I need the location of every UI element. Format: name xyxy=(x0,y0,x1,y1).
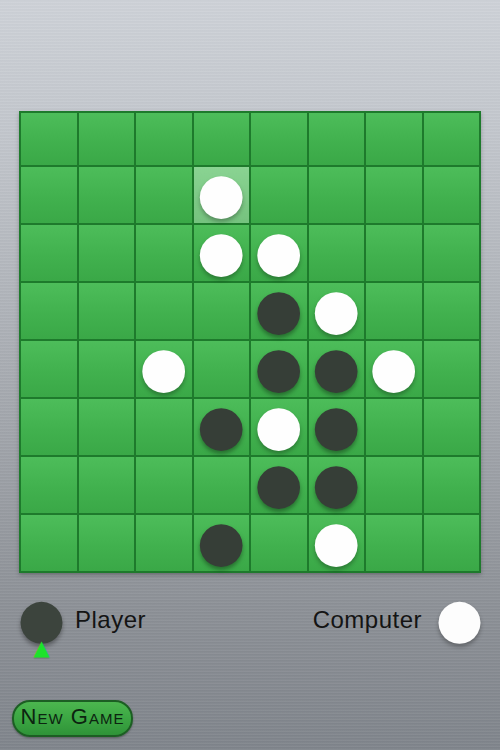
player-piece-icon: ● xyxy=(20,597,63,640)
board-cell[interactable] xyxy=(79,283,135,339)
board-cell[interactable] xyxy=(424,457,480,513)
board-cell[interactable] xyxy=(136,515,192,571)
board-cell[interactable] xyxy=(366,283,422,339)
board-cell[interactable] xyxy=(424,283,480,339)
board-cell[interactable]: ● xyxy=(251,341,307,397)
board-cell[interactable] xyxy=(79,399,135,455)
board-cell[interactable]: ● xyxy=(309,457,365,513)
white-piece: ● xyxy=(312,513,361,569)
computer-piece-icon: ● xyxy=(438,597,481,640)
computer-label: Computer xyxy=(313,606,422,634)
board-cell[interactable]: ● xyxy=(194,515,250,571)
black-piece: ● xyxy=(312,455,361,511)
board-cell[interactable]: ● xyxy=(251,225,307,281)
board-cell[interactable] xyxy=(309,167,365,223)
board-cell[interactable] xyxy=(366,515,422,571)
board-cell[interactable] xyxy=(424,399,480,455)
white-piece: ● xyxy=(139,339,188,395)
board-cell[interactable] xyxy=(309,113,365,165)
board-cell[interactable] xyxy=(136,167,192,223)
board: ●●●●●●●●●●●●●●●● xyxy=(19,111,481,573)
board-cell[interactable] xyxy=(136,399,192,455)
board-cell[interactable] xyxy=(424,113,480,165)
black-piece: ● xyxy=(254,455,303,511)
player-label: Player xyxy=(75,606,146,634)
board-cell[interactable]: ● xyxy=(194,225,250,281)
board-cell[interactable]: ● xyxy=(309,515,365,571)
new-game-button[interactable]: New Game xyxy=(12,700,133,737)
white-piece: ● xyxy=(254,397,303,453)
black-piece: ● xyxy=(312,397,361,453)
board-cell[interactable] xyxy=(251,167,307,223)
othello-app-screen: ●●●●●●●●●●●●●●●● ● Player ▲ Computer ● N… xyxy=(0,0,500,750)
board-cell[interactable] xyxy=(21,113,77,165)
board-cell[interactable] xyxy=(366,167,422,223)
board-cell[interactable] xyxy=(21,283,77,339)
board-cell[interactable]: ● xyxy=(309,341,365,397)
turn-indicator-icon: ▲ xyxy=(28,638,55,659)
board-cell[interactable] xyxy=(21,225,77,281)
board-cell[interactable] xyxy=(136,113,192,165)
board-cell[interactable]: ● xyxy=(136,341,192,397)
board-cell[interactable] xyxy=(79,113,135,165)
black-piece: ● xyxy=(254,339,303,395)
board-cell[interactable] xyxy=(309,225,365,281)
board-cell[interactable] xyxy=(251,515,307,571)
board-cell[interactable]: ● xyxy=(366,341,422,397)
black-piece: ● xyxy=(254,281,303,337)
board-cell[interactable] xyxy=(194,457,250,513)
board-cell[interactable] xyxy=(136,457,192,513)
board-cell[interactable] xyxy=(366,225,422,281)
board-cell[interactable]: ● xyxy=(251,399,307,455)
white-piece: ● xyxy=(312,281,361,337)
board-cell[interactable] xyxy=(21,167,77,223)
board-cell[interactable] xyxy=(136,283,192,339)
board-cell[interactable] xyxy=(424,167,480,223)
board-cell[interactable] xyxy=(424,341,480,397)
black-piece: ● xyxy=(197,397,246,453)
board-cell[interactable] xyxy=(21,457,77,513)
board-cell[interactable] xyxy=(21,515,77,571)
board-cell[interactable] xyxy=(424,225,480,281)
board-cell[interactable]: ● xyxy=(251,283,307,339)
board-cell[interactable] xyxy=(424,515,480,571)
board-cell[interactable] xyxy=(194,341,250,397)
black-piece: ● xyxy=(312,339,361,395)
white-piece: ● xyxy=(254,223,303,279)
board-cell[interactable] xyxy=(366,457,422,513)
board-cell[interactable] xyxy=(136,225,192,281)
board-cell[interactable]: ● xyxy=(251,457,307,513)
board-cell[interactable] xyxy=(79,515,135,571)
board-cell[interactable] xyxy=(251,113,307,165)
black-piece: ● xyxy=(197,513,246,569)
white-piece: ● xyxy=(197,223,246,279)
board-cell[interactable]: ● xyxy=(309,399,365,455)
board-cell[interactable] xyxy=(21,341,77,397)
board-cell[interactable]: ● xyxy=(309,283,365,339)
board-cell[interactable] xyxy=(194,283,250,339)
board-cell[interactable] xyxy=(194,113,250,165)
board-cell[interactable] xyxy=(79,341,135,397)
board-cell[interactable] xyxy=(21,399,77,455)
board-cell[interactable] xyxy=(366,399,422,455)
board-cell[interactable] xyxy=(366,113,422,165)
board-cell[interactable]: ● xyxy=(194,399,250,455)
white-piece: ● xyxy=(369,339,418,395)
board-cell[interactable]: ● xyxy=(194,167,250,223)
white-piece: ● xyxy=(197,165,246,221)
board-cell[interactable] xyxy=(79,225,135,281)
board-cell[interactable] xyxy=(79,457,135,513)
board-cell[interactable] xyxy=(79,167,135,223)
